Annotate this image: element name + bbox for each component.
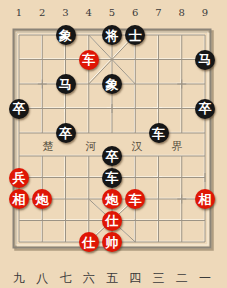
piece-black-chariot[interactable]: 车 — [102, 168, 122, 188]
file-label-bottom-3: 七 — [60, 270, 72, 287]
cell-f9-r1[interactable]: 马 — [193, 47, 216, 72]
xiangqi-board: 123456789 楚河汉界 象将士车马马象卒卒卒车卒兵车相炮炮车相仕仕帅 九八… — [0, 0, 227, 288]
cell-f7-r1[interactable] — [147, 47, 170, 72]
cell-f5-r8[interactable]: 仕 — [100, 210, 123, 232]
cell-f1-r7[interactable]: 相 — [7, 188, 30, 210]
cell-f1-r0[interactable] — [7, 23, 30, 48]
cell-f3-r7[interactable] — [54, 188, 77, 210]
cell-f8-r7[interactable] — [170, 188, 193, 210]
cell-f4-r1[interactable]: 车 — [77, 47, 100, 72]
cell-f1-r9[interactable] — [7, 231, 30, 253]
cell-f5-r4[interactable] — [100, 121, 123, 146]
file-label-bottom-8: 二 — [176, 270, 188, 287]
cell-f9-r7[interactable]: 相 — [193, 188, 216, 210]
cell-f9-r5[interactable] — [193, 145, 216, 167]
river-label: 河 — [86, 139, 97, 154]
file-label-top-6: 6 — [132, 7, 138, 18]
cell-f9-r9[interactable] — [193, 231, 216, 253]
file-label-top-5: 5 — [109, 7, 115, 18]
file-label-top-2: 2 — [39, 7, 45, 18]
cell-f1-r4[interactable] — [7, 121, 30, 146]
cell-f3-r4[interactable]: 卒 — [54, 121, 77, 146]
cell-f8-r9[interactable] — [170, 231, 193, 253]
cell-f6-r1[interactable] — [124, 47, 147, 72]
cell-f7-r7[interactable] — [147, 188, 170, 210]
file-label-top-8: 8 — [179, 7, 185, 18]
cell-f5-r2[interactable]: 象 — [100, 72, 123, 97]
piece-black-elephant[interactable]: 象 — [56, 25, 76, 45]
cell-f6-r8[interactable] — [124, 210, 147, 232]
piece-red-elephant[interactable]: 相 — [195, 189, 215, 209]
cell-f9-r8[interactable] — [193, 210, 216, 232]
cell-f2-r0[interactable] — [31, 23, 54, 48]
piece-black-advisor[interactable]: 士 — [125, 25, 145, 45]
cell-f9-r3[interactable]: 卒 — [193, 96, 216, 121]
file-label-top-4: 4 — [86, 7, 92, 18]
cell-f6-r7[interactable]: 车 — [124, 188, 147, 210]
cell-f7-r8[interactable] — [147, 210, 170, 232]
cell-f2-r9[interactable] — [31, 231, 54, 253]
cell-f3-r9[interactable] — [54, 231, 77, 253]
cell-f2-r3[interactable] — [31, 96, 54, 121]
piece-red-advisor[interactable]: 仕 — [79, 232, 99, 252]
cell-f5-r6[interactable]: 车 — [100, 167, 123, 189]
cell-f8-r0[interactable] — [170, 23, 193, 48]
piece-red-chariot[interactable]: 车 — [79, 50, 99, 70]
cell-f7-r5[interactable] — [147, 145, 170, 167]
cell-f4-r0[interactable] — [77, 23, 100, 48]
piece-red-chariot[interactable]: 车 — [125, 189, 145, 209]
piece-black-chariot[interactable]: 车 — [149, 123, 169, 143]
cell-f7-r2[interactable] — [147, 72, 170, 97]
cell-f4-r7[interactable] — [77, 188, 100, 210]
cell-f4-r9[interactable]: 仕 — [77, 231, 100, 253]
piece-red-elephant[interactable]: 相 — [9, 189, 29, 209]
cell-f5-r0[interactable]: 将 — [100, 23, 123, 48]
cell-f7-r3[interactable] — [147, 96, 170, 121]
cell-f4-r2[interactable] — [77, 72, 100, 97]
cell-f8-r3[interactable] — [170, 96, 193, 121]
cell-f2-r6[interactable] — [31, 167, 54, 189]
file-label-bottom-5: 五 — [106, 270, 118, 287]
file-label-bottom-2: 八 — [36, 270, 48, 287]
cell-f3-r2[interactable]: 马 — [54, 72, 77, 97]
piece-black-pawn[interactable]: 卒 — [195, 99, 215, 119]
cell-f8-r8[interactable] — [170, 210, 193, 232]
file-label-top-1: 1 — [16, 7, 22, 18]
river-label: 汉 — [132, 139, 143, 154]
cell-f3-r1[interactable] — [54, 47, 77, 72]
cell-f2-r8[interactable] — [31, 210, 54, 232]
piece-black-elephant[interactable]: 象 — [102, 74, 122, 94]
cell-f8-r2[interactable] — [170, 72, 193, 97]
cell-f1-r8[interactable] — [7, 210, 30, 232]
piece-red-cannon[interactable]: 炮 — [102, 189, 122, 209]
piece-red-advisor[interactable]: 仕 — [102, 211, 122, 231]
cell-f5-r5[interactable]: 卒 — [100, 145, 123, 167]
cell-f8-r6[interactable] — [170, 167, 193, 189]
piece-black-pawn[interactable]: 卒 — [56, 123, 76, 143]
cell-f5-r9[interactable]: 帅 — [100, 231, 123, 253]
file-label-top-7: 7 — [155, 7, 161, 18]
cell-f5-r1[interactable] — [100, 47, 123, 72]
piece-black-pawn[interactable]: 卒 — [102, 146, 122, 166]
cell-f9-r6[interactable] — [193, 167, 216, 189]
piece-red-cannon[interactable]: 炮 — [32, 189, 52, 209]
cell-f1-r5[interactable] — [7, 145, 30, 167]
cell-f9-r2[interactable] — [193, 72, 216, 97]
piece-red-pawn[interactable]: 兵 — [9, 168, 29, 188]
file-label-top-3: 3 — [62, 7, 68, 18]
cell-f6-r0[interactable]: 士 — [124, 23, 147, 48]
file-label-bottom-7: 三 — [153, 270, 165, 287]
cell-f8-r1[interactable] — [170, 47, 193, 72]
cell-f1-r3[interactable]: 卒 — [7, 96, 30, 121]
cell-f1-r1[interactable] — [7, 47, 30, 72]
piece-black-general[interactable]: 将 — [102, 25, 122, 45]
cell-f2-r7[interactable]: 炮 — [31, 188, 54, 210]
board-grid: 象将士车马马象卒卒卒车卒兵车相炮炮车相仕仕帅 — [7, 23, 216, 253]
cell-f6-r9[interactable] — [124, 231, 147, 253]
file-label-bottom-1: 九 — [13, 270, 25, 287]
cell-f3-r3[interactable] — [54, 96, 77, 121]
cell-f3-r6[interactable] — [54, 167, 77, 189]
piece-black-pawn[interactable]: 卒 — [9, 99, 29, 119]
cell-f3-r8[interactable] — [54, 210, 77, 232]
piece-red-general[interactable]: 帅 — [102, 232, 122, 252]
cell-f6-r3[interactable] — [124, 96, 147, 121]
cell-f7-r6[interactable] — [147, 167, 170, 189]
cell-f9-r4[interactable] — [193, 121, 216, 146]
piece-black-horse[interactable]: 马 — [56, 74, 76, 94]
cell-f4-r6[interactable] — [77, 167, 100, 189]
piece-black-horse[interactable]: 马 — [195, 50, 215, 70]
cell-f7-r9[interactable] — [147, 231, 170, 253]
cell-f5-r7[interactable]: 炮 — [100, 188, 123, 210]
cell-f5-r3[interactable] — [100, 96, 123, 121]
cell-f4-r3[interactable] — [77, 96, 100, 121]
file-label-top-9: 9 — [202, 7, 208, 18]
file-label-bottom-6: 四 — [129, 270, 141, 287]
cell-f4-r8[interactable] — [77, 210, 100, 232]
file-label-bottom-4: 六 — [83, 270, 95, 287]
file-label-bottom-9: 一 — [199, 270, 211, 287]
river-label: 楚 — [43, 139, 54, 154]
cell-f7-r4[interactable]: 车 — [147, 121, 170, 146]
cell-f3-r0[interactable]: 象 — [54, 23, 77, 48]
cell-f1-r2[interactable] — [7, 72, 30, 97]
cell-f2-r2[interactable] — [31, 72, 54, 97]
cell-f2-r1[interactable] — [31, 47, 54, 72]
cell-f6-r2[interactable] — [124, 72, 147, 97]
cell-f9-r0[interactable] — [193, 23, 216, 48]
cell-f7-r0[interactable] — [147, 23, 170, 48]
river-label: 界 — [172, 139, 183, 154]
cell-f3-r5[interactable] — [54, 145, 77, 167]
cell-f1-r6[interactable]: 兵 — [7, 167, 30, 189]
cell-f6-r6[interactable] — [124, 167, 147, 189]
